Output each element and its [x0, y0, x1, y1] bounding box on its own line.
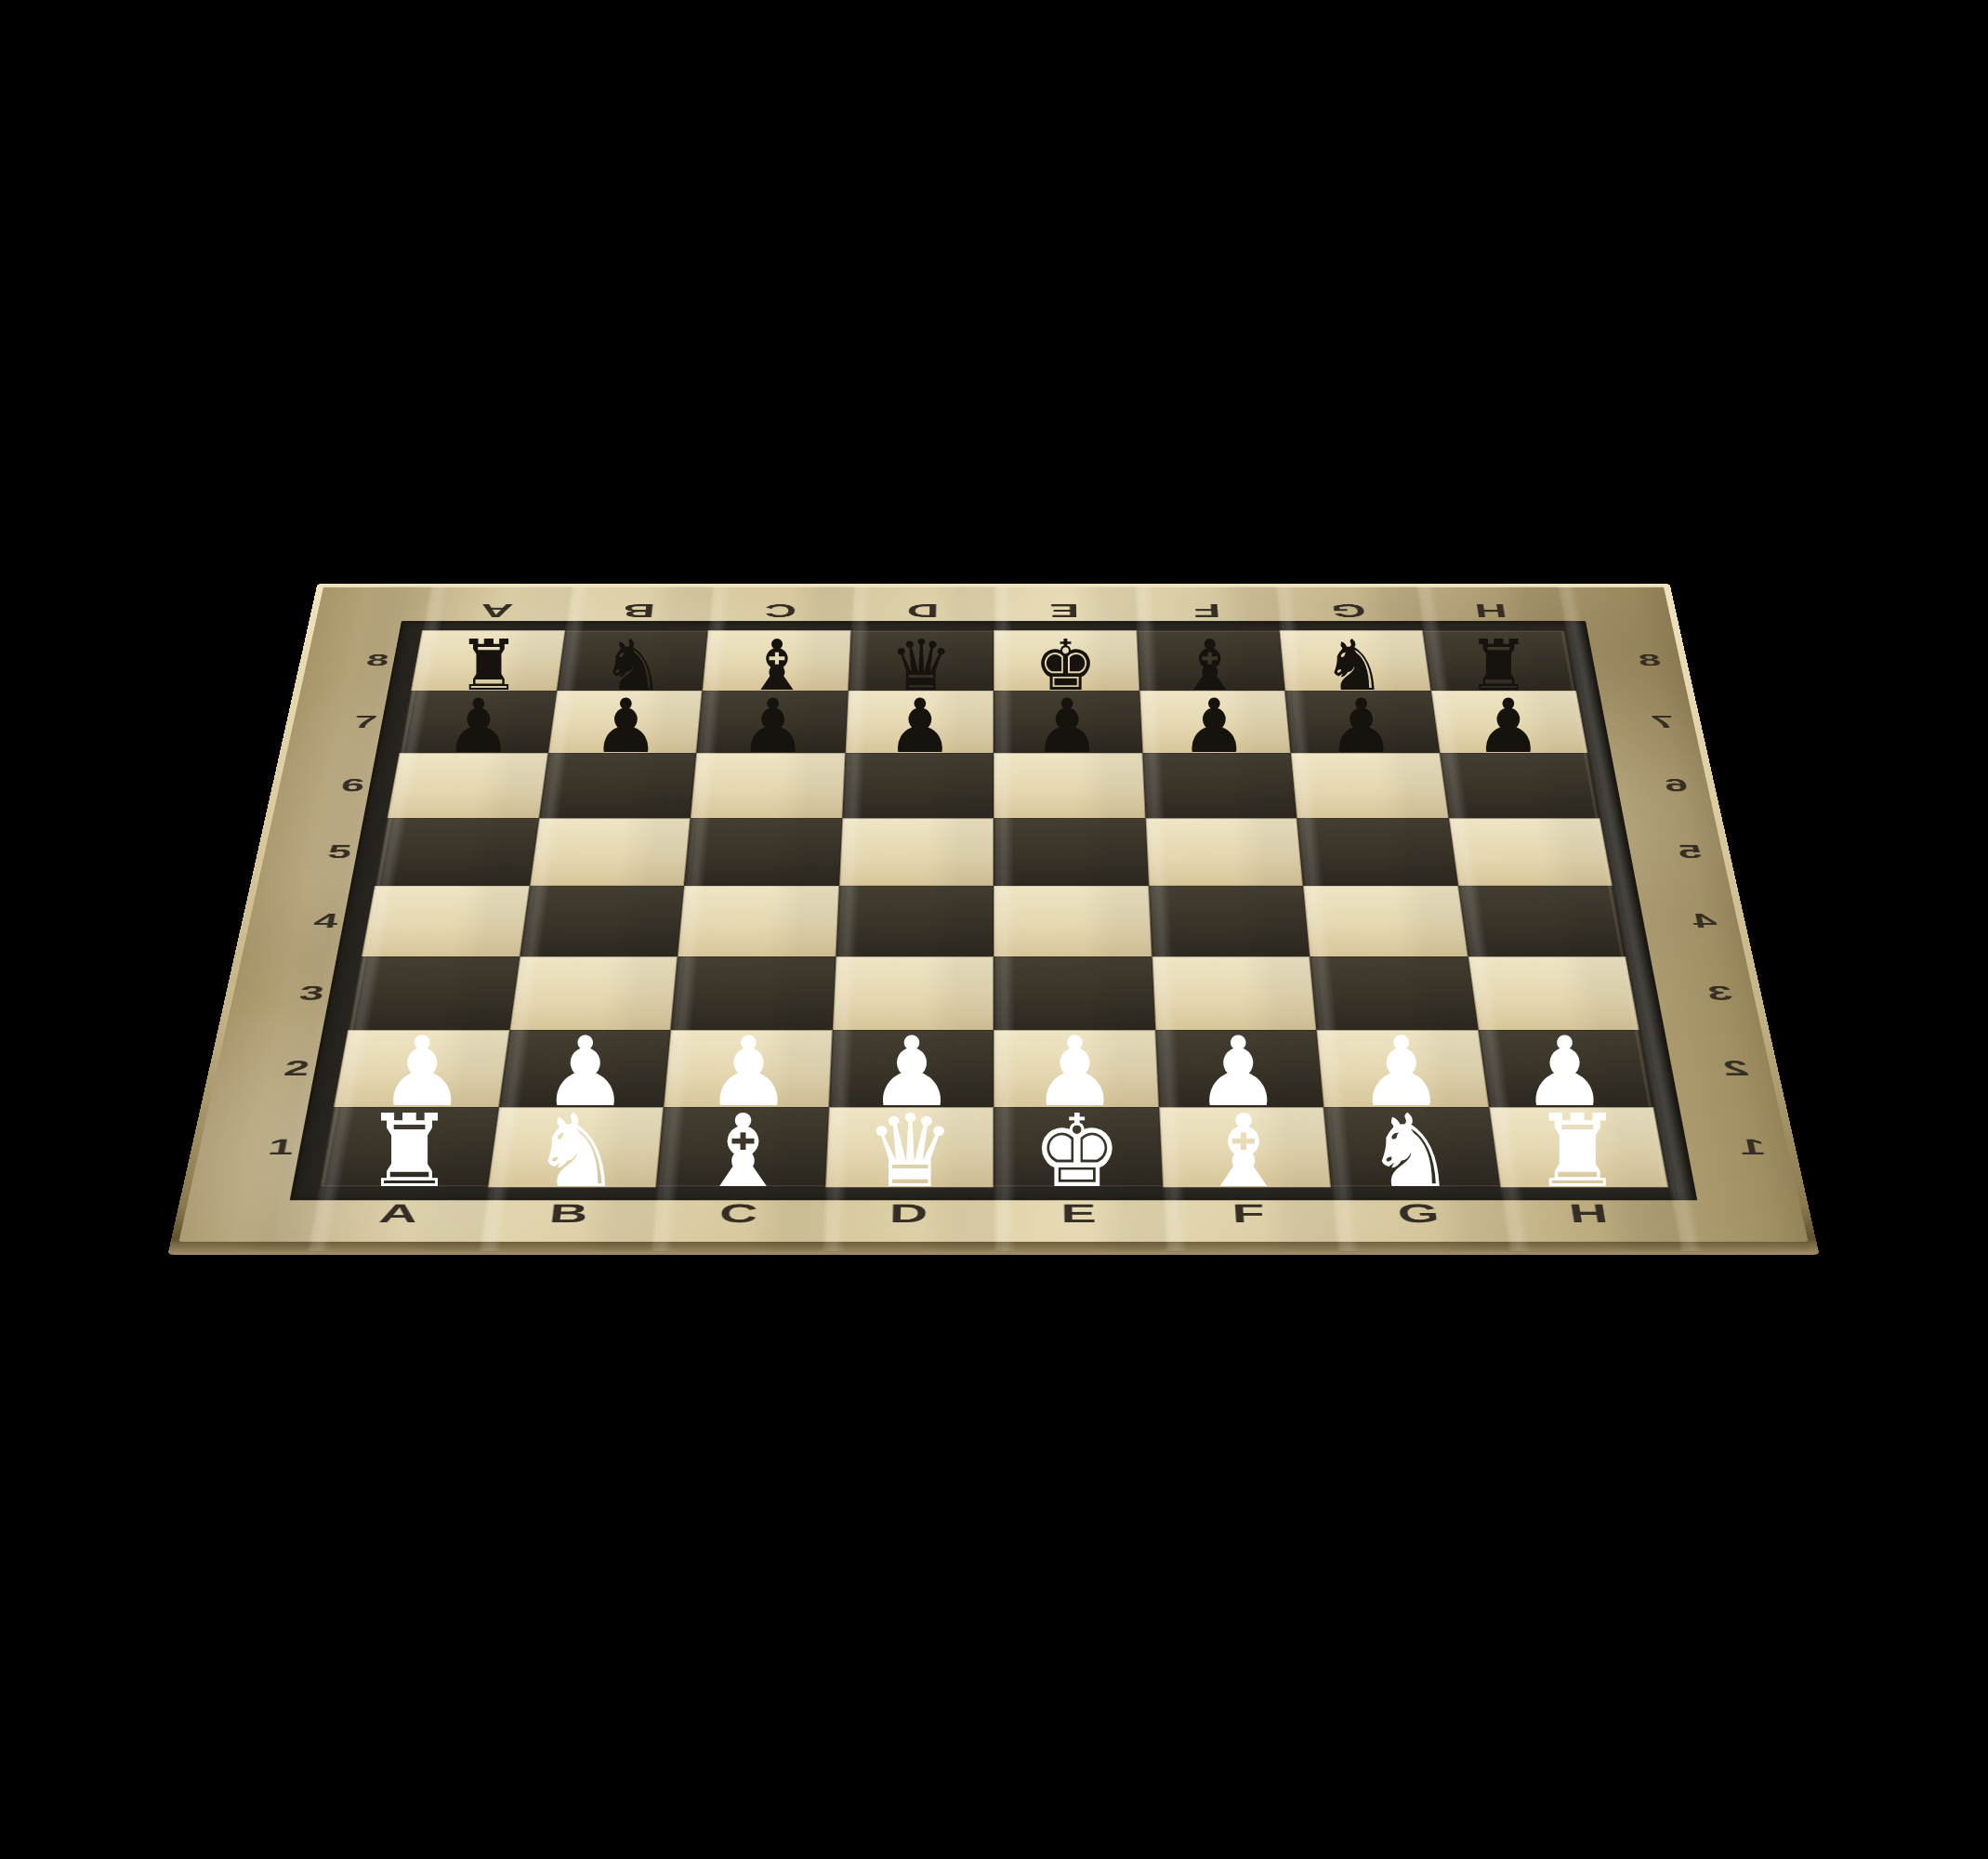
piece-white-rook-h1[interactable]: ♜: [1533, 1101, 1623, 1202]
square-a5[interactable]: [375, 818, 539, 886]
piece-black-pawn-e7[interactable]: ♟: [1033, 690, 1100, 764]
square-c5[interactable]: [684, 818, 842, 886]
piece-white-knight-b1[interactable]: ♞: [532, 1101, 622, 1202]
square-f4[interactable]: [1149, 886, 1310, 956]
square-d4[interactable]: [836, 886, 994, 956]
square-h5[interactable]: [1448, 818, 1613, 886]
square-g4[interactable]: [1303, 886, 1468, 956]
piece-black-pawn-f7[interactable]: ♟: [1180, 690, 1247, 764]
square-d5[interactable]: [839, 818, 994, 886]
squares-grid: [319, 630, 1668, 1187]
square-b4[interactable]: [520, 886, 684, 956]
square-c4[interactable]: [678, 886, 839, 956]
piece-white-knight-g1[interactable]: ♞: [1365, 1101, 1455, 1202]
piece-black-pawn-g7[interactable]: ♟: [1328, 690, 1395, 764]
piece-white-rook-a1[interactable]: ♜: [364, 1101, 454, 1202]
piece-black-pawn-d7[interactable]: ♟: [887, 690, 954, 764]
square-f5[interactable]: [1145, 818, 1303, 886]
square-e5[interactable]: [994, 818, 1149, 886]
piece-white-king-e1[interactable]: ♚: [1032, 1101, 1122, 1202]
piece-white-bishop-c1[interactable]: ♝: [698, 1101, 788, 1202]
piece-black-pawn-a7[interactable]: ♟: [445, 690, 512, 764]
square-b5[interactable]: [530, 818, 691, 886]
piece-white-queen-d1[interactable]: ♛: [865, 1101, 955, 1202]
scene: ABCDEFGH ABCDEFGH 87654321 87654321 ♜♞♝♛…: [0, 0, 1988, 1859]
piece-black-pawn-h7[interactable]: ♟: [1475, 690, 1542, 764]
piece-black-pawn-b7[interactable]: ♟: [592, 690, 659, 764]
square-h4[interactable]: [1458, 886, 1626, 956]
square-e4[interactable]: [994, 886, 1152, 956]
piece-white-bishop-f1[interactable]: ♝: [1199, 1101, 1289, 1202]
square-g5[interactable]: [1297, 818, 1457, 886]
square-a4[interactable]: [362, 886, 530, 956]
piece-black-pawn-c7[interactable]: ♟: [740, 690, 807, 764]
